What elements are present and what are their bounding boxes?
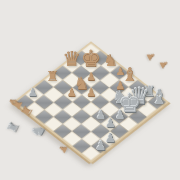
captured-piece-silver-rook: ♜ bbox=[6, 121, 21, 136]
board-frame bbox=[13, 41, 169, 162]
captured-piece-wood-pawn: ♟ bbox=[57, 143, 69, 154]
chess-board-grid bbox=[16, 44, 166, 161]
chess-board-tilted bbox=[13, 41, 169, 162]
captured-piece-wood-pawn: ♟ bbox=[158, 58, 170, 70]
chess-set-photo: ♞♟♝♜♝♚♟♛♛♟♞♚♞♟♟♜♟♟♟♟♟♟ ♝♜♜♞♟♟♟ bbox=[0, 0, 180, 180]
captured-piece-wood-pawn: ♟ bbox=[145, 50, 157, 62]
